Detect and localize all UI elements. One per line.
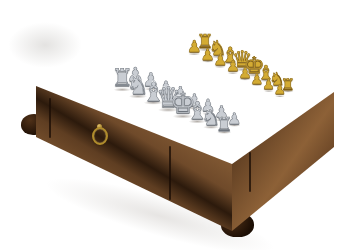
square-h7 xyxy=(269,89,288,100)
piece-white-rook-h1: ♜ xyxy=(216,114,234,134)
square-h4 xyxy=(242,105,263,116)
piece-white-knight-g1: ♞ xyxy=(201,107,221,129)
square-d8 xyxy=(231,61,252,72)
square-g5 xyxy=(240,94,261,105)
piece-black-pawn-f7: ♟ xyxy=(251,72,264,86)
square-f7 xyxy=(246,78,266,89)
square-h2 xyxy=(223,117,246,129)
square-a3 xyxy=(135,68,162,80)
square-c4 xyxy=(177,75,202,87)
square-g6 xyxy=(249,88,269,99)
square-g7 xyxy=(258,83,278,94)
piece-black-pawn-d7: ♟ xyxy=(226,59,240,74)
square-b1 xyxy=(124,86,152,99)
piece-black-bishop-f8: ♝ xyxy=(257,63,274,82)
square-c1 xyxy=(140,93,167,106)
piece-white-pawn-f2: ♟ xyxy=(201,98,216,115)
piece-black-bishop-c8: ♝ xyxy=(221,44,240,65)
square-b6 xyxy=(185,58,209,70)
piece-white-pawn-a2: ♟ xyxy=(127,65,144,84)
square-f4 xyxy=(217,94,239,106)
chess-board-grid xyxy=(107,42,297,136)
chess-set-photo: ♜♟♞♟♝♟♛♟♚♟♝♟♟♞♜♟♟♜♞♟♟♝♟♟♛♟♚♟♝♟♞♜ xyxy=(0,0,344,250)
piece-black-king-e8: ♚ xyxy=(244,54,265,77)
square-h3 xyxy=(233,111,255,123)
square-b7 xyxy=(196,53,219,64)
square-b5 xyxy=(174,63,199,75)
square-g4 xyxy=(230,99,252,110)
square-f6 xyxy=(237,83,258,94)
square-a5 xyxy=(160,57,185,69)
square-h6 xyxy=(261,94,281,105)
piece-white-pawn-e2: ♟ xyxy=(187,92,202,109)
square-f1 xyxy=(185,111,210,123)
square-g1 xyxy=(199,117,223,129)
piece-black-rook-a8: ♜ xyxy=(196,32,213,51)
piece-white-pawn-g2: ♟ xyxy=(214,105,229,121)
square-d6 xyxy=(212,71,234,82)
square-a2 xyxy=(122,73,150,86)
square-f3 xyxy=(207,99,230,111)
square-g8 xyxy=(267,78,286,89)
piece-white-knight-b1: ♞ xyxy=(127,73,150,99)
square-c7 xyxy=(209,60,231,71)
square-d5 xyxy=(201,76,224,88)
piece-black-knight-b8: ♞ xyxy=(209,38,227,58)
drawer-seam xyxy=(49,98,51,138)
square-d4 xyxy=(191,81,215,93)
background-smudge xyxy=(8,22,82,68)
piece-white-queen-d1: ♛ xyxy=(156,83,181,111)
square-e4 xyxy=(204,88,227,100)
piece-black-pawn-e7: ♟ xyxy=(239,66,252,81)
square-a7 xyxy=(183,47,207,58)
piece-white-bishop-f1: ♝ xyxy=(186,99,208,123)
piece-black-pawn-c7: ♟ xyxy=(213,53,227,68)
piece-white-king-e1: ♚ xyxy=(170,89,196,118)
square-b2 xyxy=(138,80,165,93)
piece-black-pawn-g7: ♟ xyxy=(262,78,275,92)
square-d2 xyxy=(168,93,194,105)
piece-black-pawn-a7: ♟ xyxy=(187,39,202,55)
square-g2 xyxy=(210,111,233,123)
piece-black-pawn-b7: ♟ xyxy=(200,46,214,62)
square-a1 xyxy=(108,79,137,92)
square-c8 xyxy=(219,55,241,66)
square-e5 xyxy=(214,82,236,93)
drawer-ring-pull-icon xyxy=(92,127,108,145)
square-a6 xyxy=(171,52,196,64)
piece-white-pawn-h2: ♟ xyxy=(227,111,241,127)
square-b8 xyxy=(206,48,228,59)
square-c2 xyxy=(153,87,179,99)
piece-white-bishop-c1: ♝ xyxy=(142,79,166,105)
square-f8 xyxy=(255,73,275,84)
square-b4 xyxy=(162,69,187,81)
square-d1 xyxy=(155,99,182,112)
square-a4 xyxy=(148,62,174,74)
square-h8 xyxy=(278,84,297,94)
square-c3 xyxy=(165,81,191,93)
drawer-seam xyxy=(249,152,251,192)
square-f5 xyxy=(227,88,249,99)
piece-black-rook-h8: ♜ xyxy=(281,77,295,93)
piece-black-queen-d8: ♛ xyxy=(232,48,252,71)
piece-black-knight-g8: ♞ xyxy=(269,70,285,88)
square-c6 xyxy=(199,65,222,76)
square-e3 xyxy=(193,93,217,105)
square-f2 xyxy=(196,105,220,117)
square-d7 xyxy=(222,66,244,77)
square-e6 xyxy=(224,77,246,88)
square-h5 xyxy=(252,99,272,110)
drawer-seam xyxy=(169,146,171,200)
square-e8 xyxy=(243,67,263,78)
square-a8 xyxy=(193,42,216,53)
piece-white-pawn-d2: ♟ xyxy=(172,86,188,104)
piece-black-pawn-h7: ♟ xyxy=(274,84,286,98)
piece-white-pawn-b2: ♟ xyxy=(142,72,159,91)
square-e1 xyxy=(170,105,196,117)
piece-white-pawn-c2: ♟ xyxy=(158,79,174,97)
square-h1 xyxy=(212,123,235,135)
square-d3 xyxy=(179,87,204,99)
square-b3 xyxy=(150,74,176,86)
square-g3 xyxy=(220,105,242,117)
piece-white-rook-a1: ♜ xyxy=(111,67,132,91)
square-c5 xyxy=(188,70,212,82)
square-e7 xyxy=(234,72,255,83)
square-e2 xyxy=(182,99,207,111)
